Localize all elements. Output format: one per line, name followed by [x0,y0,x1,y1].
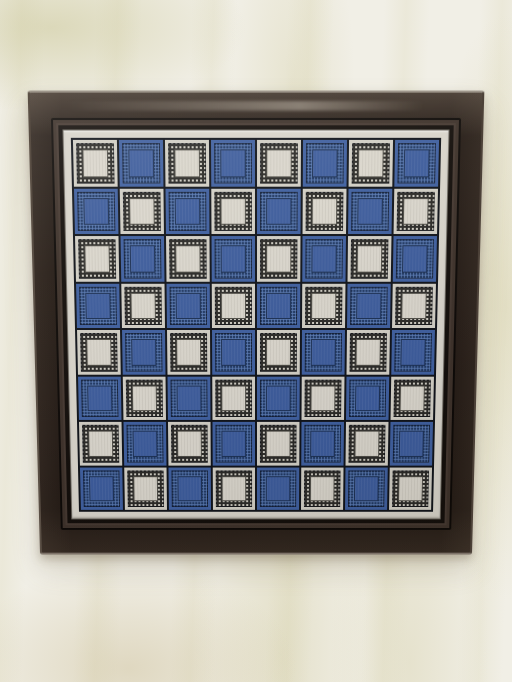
square-c1 [168,467,211,510]
square-ornate-border [215,379,252,417]
square-ornate-border [168,143,206,183]
square-center [266,292,291,319]
square-d2 [212,422,255,465]
square-ornate-border [394,379,431,417]
square-ornate-border [215,239,252,278]
square-ornate-border [260,379,297,417]
square-h6 [393,236,437,281]
square-d1 [213,467,255,510]
square-g3 [346,376,389,420]
square-ornate-border [304,470,341,507]
square-ornate-border [260,143,298,183]
square-e5 [257,283,300,328]
frame-inner-lip [56,123,456,525]
square-ornate-border [305,286,342,325]
square-c7 [165,188,209,234]
square-ornate-border [122,143,160,183]
square-center [358,149,384,177]
square-ornate-border [123,191,161,231]
square-center [404,149,430,177]
square-f8 [303,140,347,186]
square-c5 [167,283,210,328]
square-center [221,292,246,319]
square-ornate-border [124,239,162,278]
square-center [129,198,155,225]
square-f2 [301,422,344,465]
square-ornate-border [82,425,119,462]
square-ornate-border [215,286,252,325]
square-d5 [212,283,255,328]
square-center [310,431,335,457]
square-ornate-border [79,286,117,325]
square-a7 [74,188,118,234]
square-ornate-border [214,191,252,231]
square-h8 [394,140,439,186]
square-g6 [348,236,392,281]
square-ornate-border [305,333,342,371]
square-ornate-border [78,239,116,278]
square-center [177,431,202,457]
square-a5 [76,283,120,328]
square-ornate-border [76,143,114,183]
square-e8 [257,140,301,186]
square-center [357,245,383,272]
square-center [221,245,246,272]
square-center [176,339,201,365]
square-center [266,149,292,177]
square-ornate-border [351,191,389,231]
square-ornate-border [171,425,208,462]
wooden-frame [28,91,485,555]
square-center [83,198,109,225]
square-c8 [165,140,209,186]
square-h5 [392,283,436,328]
square-center [175,198,201,225]
square-center [132,385,157,411]
square-ornate-border [77,191,115,231]
square-ornate-border [169,191,207,231]
square-ornate-border [396,239,434,278]
square-center [311,292,336,319]
square-ornate-border [170,333,207,371]
square-center [266,245,291,272]
square-f3 [301,376,344,420]
square-ornate-border [215,333,252,371]
square-center [133,476,158,501]
framed-chessboard [28,91,485,555]
square-a6 [75,236,119,281]
square-center [266,476,291,501]
square-d3 [212,376,255,420]
square-ornate-border [350,333,387,371]
square-center [89,476,114,501]
square-e7 [257,188,301,234]
square-g4 [347,330,390,374]
square-ornate-border [352,143,390,183]
square-center [130,292,155,319]
square-h2 [390,422,433,465]
square-g1 [345,467,388,510]
square-ornate-border [126,379,163,417]
square-ornate-border [260,333,297,371]
square-b6 [121,236,165,281]
square-b8 [119,140,163,186]
silver-mat-border [62,129,449,519]
square-center [174,149,200,177]
square-b4 [122,330,165,374]
square-c2 [168,422,211,465]
square-ornate-border [127,470,164,507]
square-center [130,245,156,272]
square-center [266,339,291,365]
square-d6 [212,236,255,281]
square-g8 [349,140,393,186]
square-ornate-border [304,425,341,462]
square-center [131,339,156,365]
square-center [400,385,425,411]
square-d4 [212,330,255,374]
square-e1 [257,467,299,510]
square-center [220,198,245,225]
square-e4 [257,330,300,374]
square-center [176,292,201,319]
square-d8 [211,140,255,186]
square-center [86,339,111,365]
square-center [128,149,154,177]
square-center [398,476,423,501]
square-center [221,431,246,457]
square-a8 [73,140,118,186]
square-center [354,476,379,501]
square-center [310,476,335,501]
square-center [310,385,335,411]
square-h1 [389,467,432,510]
square-ornate-border [260,239,297,278]
square-b3 [123,376,166,420]
square-center [222,476,247,501]
square-center [355,385,380,411]
square-ornate-border [397,191,435,231]
square-center [177,385,202,411]
square-center [312,198,338,225]
square-ornate-border [170,286,207,325]
square-center [220,149,246,177]
square-center [88,431,113,457]
square-center [221,385,246,411]
square-ornate-border [306,191,344,231]
square-ornate-border [260,286,297,325]
square-e3 [257,376,300,420]
square-ornate-border [169,239,207,278]
square-center [312,149,338,177]
square-center [354,431,379,457]
square-a1 [80,467,123,510]
square-center [82,149,108,177]
square-f1 [301,467,344,510]
square-ornate-border [305,239,343,278]
square-ornate-border [83,470,120,507]
square-ornate-border [350,286,388,325]
square-center [311,245,336,272]
square-center [221,339,246,365]
square-ornate-border [215,425,252,462]
square-ornate-border [81,379,118,417]
square-ornate-border [395,286,433,325]
square-h3 [391,376,434,420]
square-center [400,339,425,365]
square-f7 [303,188,347,234]
square-ornate-border [393,425,430,462]
square-b5 [121,283,165,328]
square-center [84,245,110,272]
square-ornate-border [171,379,208,417]
square-ornate-border [171,470,208,507]
square-ornate-border [351,239,389,278]
square-h4 [391,330,435,374]
square-c3 [168,376,211,420]
square-ornate-border [348,425,385,462]
square-c6 [166,236,210,281]
square-a3 [78,376,121,420]
frame-molding-ridge [51,118,461,530]
square-ornate-border [127,425,164,462]
square-h7 [394,188,438,234]
square-center [402,245,428,272]
chess-board [71,138,441,512]
square-f5 [302,283,345,328]
square-e2 [257,422,300,465]
square-center [133,431,158,457]
square-center [399,431,424,457]
square-ornate-border [304,379,341,417]
square-center [311,339,336,365]
square-center [266,198,291,225]
square-a4 [77,330,121,374]
square-ornate-border [348,470,385,507]
square-center [85,292,111,319]
square-center [356,339,381,365]
square-ornate-border [397,143,435,183]
square-center [175,245,200,272]
square-ornate-border [216,470,252,507]
marble-table-surface [0,0,512,682]
square-ornate-border [260,470,296,507]
square-ornate-border [125,333,162,371]
square-center [403,198,429,225]
square-g2 [346,422,389,465]
square-center [356,292,381,319]
square-ornate-border [260,191,298,231]
square-ornate-border [394,333,432,371]
square-ornate-border [349,379,386,417]
square-center [266,431,291,457]
square-b2 [123,422,166,465]
square-e6 [257,236,300,281]
square-center [401,292,427,319]
square-ornate-border [306,143,344,183]
square-f6 [302,236,346,281]
square-ornate-border [260,425,297,462]
square-ornate-border [80,333,118,371]
square-b7 [120,188,164,234]
square-center [357,198,383,225]
square-b1 [124,467,167,510]
square-center [266,385,291,411]
square-center [177,476,202,501]
square-c4 [167,330,210,374]
square-d7 [211,188,255,234]
square-f4 [302,330,345,374]
square-center [87,385,112,411]
square-ornate-border [392,470,429,507]
square-g5 [347,283,391,328]
square-ornate-border [124,286,162,325]
square-g7 [348,188,392,234]
square-ornate-border [214,143,252,183]
square-a2 [79,422,122,465]
